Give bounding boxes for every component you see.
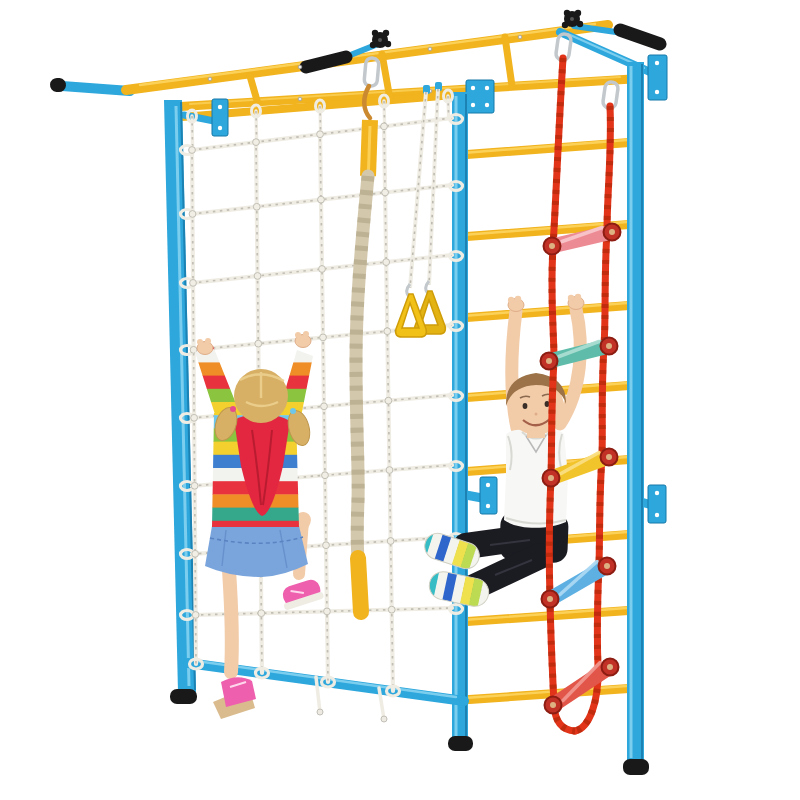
boy-eye-left [523,403,528,409]
girl-knuckle [197,339,203,345]
girl-knuckle [295,332,301,338]
rope-grip-sleeve-bottom [358,558,361,612]
girl-knuckle [205,338,211,344]
girl-left-leg [229,570,232,672]
boy-knuckle [568,295,574,301]
girl-skirt [205,526,308,577]
wall-bracket-right-top [648,55,667,100]
wall-bracket-middle-top [466,80,494,113]
left-post-floor-cap [170,689,197,704]
right-post-floor-cap [623,759,649,775]
boy-knuckle [515,296,521,302]
girl-knuckle [303,331,309,337]
front-beam-blue-end [62,86,130,91]
boy-nose [535,413,538,416]
boy-knuckle [575,294,581,300]
adjustment-knob-right [562,10,583,28]
climbing-gym-product-photo [0,0,800,800]
boy-knuckle [508,297,514,303]
middle-post-floor-cap [448,736,473,751]
girl-hair-tie-right [290,408,296,414]
rope-sleeve-highlight [369,126,371,170]
scene-canvas [0,0,800,800]
girl-hair-tie-left [230,406,236,412]
